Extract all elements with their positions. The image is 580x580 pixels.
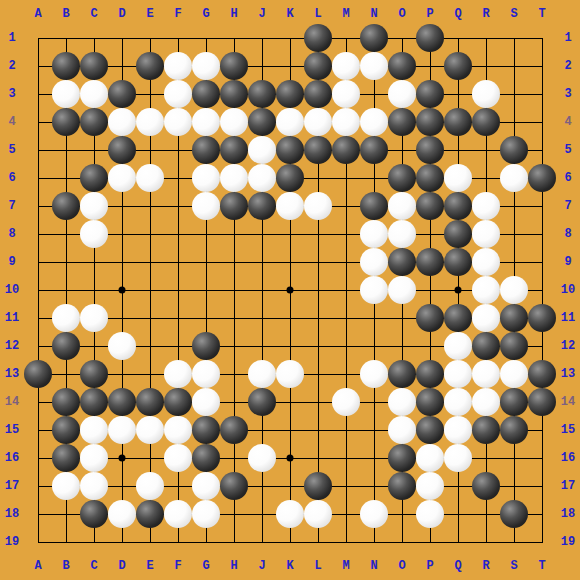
intersection-F5[interactable] [164, 136, 192, 164]
intersection-N16[interactable] [360, 444, 388, 472]
intersection-A5[interactable] [24, 136, 52, 164]
intersection-G10[interactable] [192, 276, 220, 304]
intersection-C17[interactable] [80, 472, 108, 500]
intersection-G13[interactable] [192, 360, 220, 388]
intersection-D10[interactable] [108, 276, 136, 304]
intersection-H17[interactable] [220, 472, 248, 500]
intersection-J7[interactable] [248, 192, 276, 220]
intersection-A19[interactable] [24, 528, 52, 556]
intersection-L7[interactable] [304, 192, 332, 220]
intersection-F12[interactable] [164, 332, 192, 360]
intersection-D3[interactable] [108, 80, 136, 108]
intersection-A12[interactable] [24, 332, 52, 360]
intersection-N11[interactable] [360, 304, 388, 332]
intersection-Q18[interactable] [444, 500, 472, 528]
intersection-D1[interactable] [108, 24, 136, 52]
intersection-M7[interactable] [332, 192, 360, 220]
intersection-K15[interactable] [276, 416, 304, 444]
intersection-T16[interactable] [528, 444, 556, 472]
intersection-N12[interactable] [360, 332, 388, 360]
intersection-A1[interactable] [24, 24, 52, 52]
intersection-P16[interactable] [416, 444, 444, 472]
intersection-E3[interactable] [136, 80, 164, 108]
intersection-N10[interactable] [360, 276, 388, 304]
intersection-D12[interactable] [108, 332, 136, 360]
intersection-J8[interactable] [248, 220, 276, 248]
intersection-H10[interactable] [220, 276, 248, 304]
intersection-A7[interactable] [24, 192, 52, 220]
intersection-C18[interactable] [80, 500, 108, 528]
intersection-A4[interactable] [24, 108, 52, 136]
intersection-P3[interactable] [416, 80, 444, 108]
intersection-O17[interactable] [388, 472, 416, 500]
intersection-L15[interactable] [304, 416, 332, 444]
intersection-A15[interactable] [24, 416, 52, 444]
intersection-A17[interactable] [24, 472, 52, 500]
intersection-E4[interactable] [136, 108, 164, 136]
intersection-P7[interactable] [416, 192, 444, 220]
intersection-Q7[interactable] [444, 192, 472, 220]
intersection-J15[interactable] [248, 416, 276, 444]
intersection-S7[interactable] [500, 192, 528, 220]
intersection-Q14[interactable] [444, 388, 472, 416]
intersection-O19[interactable] [388, 528, 416, 556]
intersection-F6[interactable] [164, 164, 192, 192]
intersection-B4[interactable] [52, 108, 80, 136]
intersection-O5[interactable] [388, 136, 416, 164]
intersection-M14[interactable] [332, 388, 360, 416]
intersection-Q3[interactable] [444, 80, 472, 108]
intersection-K4[interactable] [276, 108, 304, 136]
intersection-S14[interactable] [500, 388, 528, 416]
intersection-B17[interactable] [52, 472, 80, 500]
intersection-H13[interactable] [220, 360, 248, 388]
intersection-G19[interactable] [192, 528, 220, 556]
intersection-J9[interactable] [248, 248, 276, 276]
intersection-C11[interactable] [80, 304, 108, 332]
intersection-N9[interactable] [360, 248, 388, 276]
intersection-H19[interactable] [220, 528, 248, 556]
intersection-R3[interactable] [472, 80, 500, 108]
intersection-M5[interactable] [332, 136, 360, 164]
intersection-Q9[interactable] [444, 248, 472, 276]
intersection-R4[interactable] [472, 108, 500, 136]
intersection-D2[interactable] [108, 52, 136, 80]
intersection-P18[interactable] [416, 500, 444, 528]
intersection-A6[interactable] [24, 164, 52, 192]
intersection-E1[interactable] [136, 24, 164, 52]
intersection-L13[interactable] [304, 360, 332, 388]
intersection-J13[interactable] [248, 360, 276, 388]
intersection-Q1[interactable] [444, 24, 472, 52]
intersection-T14[interactable] [528, 388, 556, 416]
intersection-O3[interactable] [388, 80, 416, 108]
intersection-E17[interactable] [136, 472, 164, 500]
intersection-A14[interactable] [24, 388, 52, 416]
intersection-T6[interactable] [528, 164, 556, 192]
intersection-T5[interactable] [528, 136, 556, 164]
intersection-G17[interactable] [192, 472, 220, 500]
intersection-C14[interactable] [80, 388, 108, 416]
intersection-D5[interactable] [108, 136, 136, 164]
intersection-F2[interactable] [164, 52, 192, 80]
intersection-H3[interactable] [220, 80, 248, 108]
intersection-J4[interactable] [248, 108, 276, 136]
intersection-N1[interactable] [360, 24, 388, 52]
intersection-K2[interactable] [276, 52, 304, 80]
intersection-H12[interactable] [220, 332, 248, 360]
intersection-S3[interactable] [500, 80, 528, 108]
intersection-T4[interactable] [528, 108, 556, 136]
intersection-B12[interactable] [52, 332, 80, 360]
intersection-E16[interactable] [136, 444, 164, 472]
intersection-E18[interactable] [136, 500, 164, 528]
intersection-E11[interactable] [136, 304, 164, 332]
intersection-T12[interactable] [528, 332, 556, 360]
intersection-R14[interactable] [472, 388, 500, 416]
intersection-S11[interactable] [500, 304, 528, 332]
intersection-N2[interactable] [360, 52, 388, 80]
intersection-S10[interactable] [500, 276, 528, 304]
intersection-F9[interactable] [164, 248, 192, 276]
intersection-D11[interactable] [108, 304, 136, 332]
intersection-S17[interactable] [500, 472, 528, 500]
intersection-K12[interactable] [276, 332, 304, 360]
intersection-B10[interactable] [52, 276, 80, 304]
intersection-R19[interactable] [472, 528, 500, 556]
intersection-M13[interactable] [332, 360, 360, 388]
intersection-D7[interactable] [108, 192, 136, 220]
intersection-O16[interactable] [388, 444, 416, 472]
intersection-A13[interactable] [24, 360, 52, 388]
intersection-A16[interactable] [24, 444, 52, 472]
intersection-D4[interactable] [108, 108, 136, 136]
intersection-R7[interactable] [472, 192, 500, 220]
intersection-C16[interactable] [80, 444, 108, 472]
intersection-T13[interactable] [528, 360, 556, 388]
intersection-J14[interactable] [248, 388, 276, 416]
intersection-M15[interactable] [332, 416, 360, 444]
intersection-G11[interactable] [192, 304, 220, 332]
intersection-H15[interactable] [220, 416, 248, 444]
intersection-N15[interactable] [360, 416, 388, 444]
intersection-G5[interactable] [192, 136, 220, 164]
intersection-H11[interactable] [220, 304, 248, 332]
intersection-T7[interactable] [528, 192, 556, 220]
intersection-L16[interactable] [304, 444, 332, 472]
intersection-S1[interactable] [500, 24, 528, 52]
intersection-E7[interactable] [136, 192, 164, 220]
intersection-K11[interactable] [276, 304, 304, 332]
intersection-B15[interactable] [52, 416, 80, 444]
intersection-M4[interactable] [332, 108, 360, 136]
intersection-T10[interactable] [528, 276, 556, 304]
intersection-Q17[interactable] [444, 472, 472, 500]
intersection-A18[interactable] [24, 500, 52, 528]
intersection-P1[interactable] [416, 24, 444, 52]
intersection-H16[interactable] [220, 444, 248, 472]
intersection-O6[interactable] [388, 164, 416, 192]
intersection-Q13[interactable] [444, 360, 472, 388]
intersection-G4[interactable] [192, 108, 220, 136]
intersection-C7[interactable] [80, 192, 108, 220]
intersection-P5[interactable] [416, 136, 444, 164]
intersection-E14[interactable] [136, 388, 164, 416]
intersection-D13[interactable] [108, 360, 136, 388]
intersection-S2[interactable] [500, 52, 528, 80]
intersection-R11[interactable] [472, 304, 500, 332]
intersection-R9[interactable] [472, 248, 500, 276]
intersection-E19[interactable] [136, 528, 164, 556]
intersection-M19[interactable] [332, 528, 360, 556]
intersection-R8[interactable] [472, 220, 500, 248]
intersection-R13[interactable] [472, 360, 500, 388]
intersection-K13[interactable] [276, 360, 304, 388]
intersection-S8[interactable] [500, 220, 528, 248]
intersection-M18[interactable] [332, 500, 360, 528]
intersection-O9[interactable] [388, 248, 416, 276]
intersection-O10[interactable] [388, 276, 416, 304]
intersection-O13[interactable] [388, 360, 416, 388]
intersection-M11[interactable] [332, 304, 360, 332]
intersection-N4[interactable] [360, 108, 388, 136]
intersection-S15[interactable] [500, 416, 528, 444]
intersection-H9[interactable] [220, 248, 248, 276]
intersection-P9[interactable] [416, 248, 444, 276]
intersection-Q19[interactable] [444, 528, 472, 556]
intersection-A9[interactable] [24, 248, 52, 276]
intersection-C1[interactable] [80, 24, 108, 52]
intersection-J16[interactable] [248, 444, 276, 472]
intersection-M3[interactable] [332, 80, 360, 108]
intersection-H6[interactable] [220, 164, 248, 192]
intersection-A3[interactable] [24, 80, 52, 108]
intersection-C19[interactable] [80, 528, 108, 556]
intersection-S12[interactable] [500, 332, 528, 360]
intersection-K14[interactable] [276, 388, 304, 416]
intersection-C13[interactable] [80, 360, 108, 388]
intersection-T11[interactable] [528, 304, 556, 332]
intersection-B13[interactable] [52, 360, 80, 388]
intersection-E15[interactable] [136, 416, 164, 444]
intersection-H5[interactable] [220, 136, 248, 164]
intersection-D17[interactable] [108, 472, 136, 500]
intersection-N3[interactable] [360, 80, 388, 108]
intersection-P8[interactable] [416, 220, 444, 248]
intersection-L17[interactable] [304, 472, 332, 500]
intersection-L8[interactable] [304, 220, 332, 248]
intersection-B3[interactable] [52, 80, 80, 108]
intersection-H2[interactable] [220, 52, 248, 80]
intersection-J1[interactable] [248, 24, 276, 52]
intersection-K8[interactable] [276, 220, 304, 248]
intersection-J6[interactable] [248, 164, 276, 192]
intersection-K5[interactable] [276, 136, 304, 164]
intersection-M2[interactable] [332, 52, 360, 80]
intersection-N19[interactable] [360, 528, 388, 556]
intersection-F1[interactable] [164, 24, 192, 52]
intersection-E5[interactable] [136, 136, 164, 164]
intersection-J11[interactable] [248, 304, 276, 332]
intersection-E6[interactable] [136, 164, 164, 192]
intersection-Q8[interactable] [444, 220, 472, 248]
intersection-S13[interactable] [500, 360, 528, 388]
intersection-F17[interactable] [164, 472, 192, 500]
intersection-J10[interactable] [248, 276, 276, 304]
intersection-J3[interactable] [248, 80, 276, 108]
intersection-M6[interactable] [332, 164, 360, 192]
intersection-Q10[interactable] [444, 276, 472, 304]
intersection-F18[interactable] [164, 500, 192, 528]
intersection-D19[interactable] [108, 528, 136, 556]
intersection-O15[interactable] [388, 416, 416, 444]
intersection-S5[interactable] [500, 136, 528, 164]
intersection-B11[interactable] [52, 304, 80, 332]
intersection-M9[interactable] [332, 248, 360, 276]
intersection-B5[interactable] [52, 136, 80, 164]
intersection-L4[interactable] [304, 108, 332, 136]
intersection-L19[interactable] [304, 528, 332, 556]
intersection-T9[interactable] [528, 248, 556, 276]
intersection-S19[interactable] [500, 528, 528, 556]
intersection-N8[interactable] [360, 220, 388, 248]
intersection-F7[interactable] [164, 192, 192, 220]
intersection-F8[interactable] [164, 220, 192, 248]
intersection-D16[interactable] [108, 444, 136, 472]
intersection-A11[interactable] [24, 304, 52, 332]
intersection-K17[interactable] [276, 472, 304, 500]
intersection-N13[interactable] [360, 360, 388, 388]
intersection-L12[interactable] [304, 332, 332, 360]
intersection-P2[interactable] [416, 52, 444, 80]
intersection-H4[interactable] [220, 108, 248, 136]
intersection-Q6[interactable] [444, 164, 472, 192]
intersection-L2[interactable] [304, 52, 332, 80]
intersection-K9[interactable] [276, 248, 304, 276]
intersection-P19[interactable] [416, 528, 444, 556]
intersection-C2[interactable] [80, 52, 108, 80]
intersection-O18[interactable] [388, 500, 416, 528]
intersection-H1[interactable] [220, 24, 248, 52]
intersection-D18[interactable] [108, 500, 136, 528]
intersection-T8[interactable] [528, 220, 556, 248]
intersection-T3[interactable] [528, 80, 556, 108]
intersection-O7[interactable] [388, 192, 416, 220]
intersection-G3[interactable] [192, 80, 220, 108]
intersection-C5[interactable] [80, 136, 108, 164]
intersection-O12[interactable] [388, 332, 416, 360]
intersection-J12[interactable] [248, 332, 276, 360]
intersection-L11[interactable] [304, 304, 332, 332]
intersection-F15[interactable] [164, 416, 192, 444]
intersection-G2[interactable] [192, 52, 220, 80]
intersection-L6[interactable] [304, 164, 332, 192]
intersection-B16[interactable] [52, 444, 80, 472]
intersection-A2[interactable] [24, 52, 52, 80]
intersection-B19[interactable] [52, 528, 80, 556]
intersection-K3[interactable] [276, 80, 304, 108]
intersection-P14[interactable] [416, 388, 444, 416]
intersection-Q4[interactable] [444, 108, 472, 136]
intersection-B1[interactable] [52, 24, 80, 52]
intersection-S18[interactable] [500, 500, 528, 528]
intersection-S16[interactable] [500, 444, 528, 472]
intersection-K6[interactable] [276, 164, 304, 192]
intersection-R17[interactable] [472, 472, 500, 500]
intersection-E13[interactable] [136, 360, 164, 388]
intersection-F19[interactable] [164, 528, 192, 556]
intersection-B14[interactable] [52, 388, 80, 416]
intersection-K19[interactable] [276, 528, 304, 556]
intersection-D15[interactable] [108, 416, 136, 444]
intersection-A10[interactable] [24, 276, 52, 304]
intersection-H8[interactable] [220, 220, 248, 248]
intersection-M16[interactable] [332, 444, 360, 472]
intersection-P11[interactable] [416, 304, 444, 332]
intersection-N6[interactable] [360, 164, 388, 192]
intersection-S9[interactable] [500, 248, 528, 276]
intersection-G15[interactable] [192, 416, 220, 444]
intersection-N5[interactable] [360, 136, 388, 164]
intersection-B6[interactable] [52, 164, 80, 192]
intersection-M1[interactable] [332, 24, 360, 52]
intersection-J17[interactable] [248, 472, 276, 500]
intersection-O1[interactable] [388, 24, 416, 52]
intersection-F10[interactable] [164, 276, 192, 304]
intersection-K10[interactable] [276, 276, 304, 304]
intersection-N18[interactable] [360, 500, 388, 528]
intersection-G14[interactable] [192, 388, 220, 416]
intersection-S4[interactable] [500, 108, 528, 136]
intersection-L9[interactable] [304, 248, 332, 276]
intersection-K7[interactable] [276, 192, 304, 220]
intersection-M17[interactable] [332, 472, 360, 500]
intersection-G6[interactable] [192, 164, 220, 192]
intersection-M8[interactable] [332, 220, 360, 248]
intersection-K18[interactable] [276, 500, 304, 528]
intersection-J19[interactable] [248, 528, 276, 556]
intersection-R2[interactable] [472, 52, 500, 80]
intersection-L18[interactable] [304, 500, 332, 528]
intersection-A8[interactable] [24, 220, 52, 248]
intersection-Q16[interactable] [444, 444, 472, 472]
intersection-P12[interactable] [416, 332, 444, 360]
intersection-C3[interactable] [80, 80, 108, 108]
intersection-E10[interactable] [136, 276, 164, 304]
intersection-D9[interactable] [108, 248, 136, 276]
intersection-L10[interactable] [304, 276, 332, 304]
intersection-C12[interactable] [80, 332, 108, 360]
intersection-T19[interactable] [528, 528, 556, 556]
intersection-P10[interactable] [416, 276, 444, 304]
intersection-R12[interactable] [472, 332, 500, 360]
intersection-P15[interactable] [416, 416, 444, 444]
intersection-R1[interactable] [472, 24, 500, 52]
intersection-R18[interactable] [472, 500, 500, 528]
intersection-O4[interactable] [388, 108, 416, 136]
intersection-G1[interactable] [192, 24, 220, 52]
intersection-P4[interactable] [416, 108, 444, 136]
intersection-M10[interactable] [332, 276, 360, 304]
intersection-L14[interactable] [304, 388, 332, 416]
intersection-B2[interactable] [52, 52, 80, 80]
intersection-Q5[interactable] [444, 136, 472, 164]
intersection-E9[interactable] [136, 248, 164, 276]
intersection-P17[interactable] [416, 472, 444, 500]
intersection-L5[interactable] [304, 136, 332, 164]
intersection-J18[interactable] [248, 500, 276, 528]
intersection-C4[interactable] [80, 108, 108, 136]
